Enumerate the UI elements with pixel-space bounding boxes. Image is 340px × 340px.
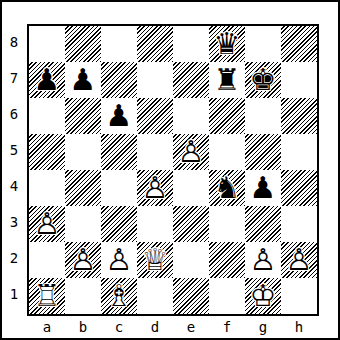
white-pawn-glyph: ♙ xyxy=(29,206,65,242)
white-pawn-glyph: ♙ xyxy=(173,134,209,170)
piece-black-rook[interactable]: ♜♜ xyxy=(209,62,245,98)
square-b6[interactable] xyxy=(65,98,101,134)
rank-label-2: 2 xyxy=(4,240,24,276)
square-a2[interactable] xyxy=(29,242,65,278)
square-d3[interactable] xyxy=(137,206,173,242)
black-queen-glyph: ♛ xyxy=(209,26,245,62)
rank-label-5: 5 xyxy=(4,132,24,168)
file-label-a: a xyxy=(29,317,65,337)
square-h3[interactable] xyxy=(281,206,317,242)
square-h1[interactable] xyxy=(281,278,317,314)
white-pawn-glyph: ♙ xyxy=(101,242,137,278)
piece-black-queen[interactable]: ♛♛ xyxy=(209,26,245,62)
file-label-d: d xyxy=(137,317,173,337)
piece-white-pawn[interactable]: ♟♙ xyxy=(65,242,101,278)
white-bishop-glyph: ♗ xyxy=(101,278,137,314)
square-c4[interactable] xyxy=(101,170,137,206)
square-f5[interactable] xyxy=(209,134,245,170)
square-e5[interactable]: ♟♙ xyxy=(173,134,209,170)
square-h8[interactable] xyxy=(281,26,317,62)
black-pawn-glyph: ♟ xyxy=(245,170,281,206)
square-d7[interactable] xyxy=(137,62,173,98)
square-c6[interactable]: ♟♟ xyxy=(101,98,137,134)
rank-label-3: 3 xyxy=(4,204,24,240)
rank-label-4: 4 xyxy=(4,168,24,204)
square-d8[interactable] xyxy=(137,26,173,62)
piece-white-pawn[interactable]: ♟♙ xyxy=(281,242,317,278)
square-c8[interactable] xyxy=(101,26,137,62)
square-g3[interactable] xyxy=(245,206,281,242)
square-h5[interactable] xyxy=(281,134,317,170)
square-e8[interactable] xyxy=(173,26,209,62)
square-b5[interactable] xyxy=(65,134,101,170)
piece-black-king[interactable]: ♚♚ xyxy=(245,62,281,98)
square-c5[interactable] xyxy=(101,134,137,170)
square-b7[interactable]: ♟♟ xyxy=(65,62,101,98)
square-b4[interactable] xyxy=(65,170,101,206)
rank-labels: 87654321 xyxy=(4,24,24,312)
piece-white-rook[interactable]: ♜♖ xyxy=(29,278,65,314)
white-rook-glyph: ♖ xyxy=(29,278,65,314)
square-b8[interactable] xyxy=(65,26,101,62)
square-a3[interactable]: ♟♙ xyxy=(29,206,65,242)
chess-diagram: 87654321 ♛♛♟♟♟♟♜♜♚♚♟♟♟♙♟♙♞♞♟♟♟♙♟♙♟♙♛♕♟♙♟… xyxy=(0,0,340,340)
black-pawn-glyph: ♟ xyxy=(29,62,65,98)
file-label-b: b xyxy=(65,317,101,337)
black-king-glyph: ♚ xyxy=(245,62,281,98)
rank-label-7: 7 xyxy=(4,60,24,96)
square-b2[interactable]: ♟♙ xyxy=(65,242,101,278)
square-h7[interactable] xyxy=(281,62,317,98)
square-f4[interactable]: ♞♞ xyxy=(209,170,245,206)
piece-white-bishop[interactable]: ♝♗ xyxy=(101,278,137,314)
square-a8[interactable] xyxy=(29,26,65,62)
board: ♛♛♟♟♟♟♜♜♚♚♟♟♟♙♟♙♞♞♟♟♟♙♟♙♟♙♛♕♟♙♟♙♜♖♝♗♚♔ xyxy=(27,24,319,316)
white-pawn-glyph: ♙ xyxy=(281,242,317,278)
file-label-c: c xyxy=(101,317,137,337)
square-d6[interactable] xyxy=(137,98,173,134)
piece-white-queen[interactable]: ♛♕ xyxy=(137,242,173,278)
square-g2[interactable]: ♟♙ xyxy=(245,242,281,278)
square-f1[interactable] xyxy=(209,278,245,314)
square-h4[interactable] xyxy=(281,170,317,206)
white-pawn-glyph: ♙ xyxy=(65,242,101,278)
square-a1[interactable]: ♜♖ xyxy=(29,278,65,314)
file-label-e: e xyxy=(173,317,209,337)
rank-label-1: 1 xyxy=(4,276,24,312)
white-king-glyph: ♔ xyxy=(245,278,281,314)
file-labels: abcdefgh xyxy=(29,317,317,337)
square-h6[interactable] xyxy=(281,98,317,134)
black-pawn-glyph: ♟ xyxy=(101,98,137,134)
black-pawn-glyph: ♟ xyxy=(65,62,101,98)
file-label-g: g xyxy=(245,317,281,337)
square-f2[interactable] xyxy=(209,242,245,278)
square-a5[interactable] xyxy=(29,134,65,170)
square-b1[interactable] xyxy=(65,278,101,314)
white-queen-glyph: ♕ xyxy=(137,242,173,278)
piece-black-pawn[interactable]: ♟♟ xyxy=(245,170,281,206)
square-c1[interactable]: ♝♗ xyxy=(101,278,137,314)
piece-black-pawn[interactable]: ♟♟ xyxy=(29,62,65,98)
square-a6[interactable] xyxy=(29,98,65,134)
piece-black-pawn[interactable]: ♟♟ xyxy=(65,62,101,98)
square-e3[interactable] xyxy=(173,206,209,242)
white-pawn-glyph: ♙ xyxy=(245,242,281,278)
square-c7[interactable] xyxy=(101,62,137,98)
piece-white-king[interactable]: ♚♔ xyxy=(245,278,281,314)
square-g6[interactable] xyxy=(245,98,281,134)
square-g8[interactable] xyxy=(245,26,281,62)
square-a4[interactable] xyxy=(29,170,65,206)
square-e6[interactable] xyxy=(173,98,209,134)
square-g5[interactable] xyxy=(245,134,281,170)
file-label-f: f xyxy=(209,317,245,337)
piece-white-pawn[interactable]: ♟♙ xyxy=(173,134,209,170)
square-d4[interactable]: ♟♙ xyxy=(137,170,173,206)
square-b3[interactable] xyxy=(65,206,101,242)
piece-white-pawn[interactable]: ♟♙ xyxy=(29,206,65,242)
square-c3[interactable] xyxy=(101,206,137,242)
square-e7[interactable] xyxy=(173,62,209,98)
square-e4[interactable] xyxy=(173,170,209,206)
file-label-h: h xyxy=(281,317,317,337)
square-c2[interactable]: ♟♙ xyxy=(101,242,137,278)
rank-label-6: 6 xyxy=(4,96,24,132)
square-h2[interactable]: ♟♙ xyxy=(281,242,317,278)
square-f7[interactable]: ♜♜ xyxy=(209,62,245,98)
black-knight-glyph: ♞ xyxy=(209,170,245,206)
square-d1[interactable] xyxy=(137,278,173,314)
square-f8[interactable]: ♛♛ xyxy=(209,26,245,62)
piece-black-pawn[interactable]: ♟♟ xyxy=(101,98,137,134)
rank-label-8: 8 xyxy=(4,24,24,60)
square-g1[interactable]: ♚♔ xyxy=(245,278,281,314)
square-f6[interactable] xyxy=(209,98,245,134)
square-f3[interactable] xyxy=(209,206,245,242)
square-a7[interactable]: ♟♟ xyxy=(29,62,65,98)
white-pawn-glyph: ♙ xyxy=(137,170,173,206)
square-g7[interactable]: ♚♚ xyxy=(245,62,281,98)
square-e1[interactable] xyxy=(173,278,209,314)
piece-white-pawn[interactable]: ♟♙ xyxy=(101,242,137,278)
square-g4[interactable]: ♟♟ xyxy=(245,170,281,206)
square-d2[interactable]: ♛♕ xyxy=(137,242,173,278)
black-rook-glyph: ♜ xyxy=(209,62,245,98)
piece-white-pawn[interactable]: ♟♙ xyxy=(137,170,173,206)
piece-white-pawn[interactable]: ♟♙ xyxy=(245,242,281,278)
square-e2[interactable] xyxy=(173,242,209,278)
square-d5[interactable] xyxy=(137,134,173,170)
piece-black-knight[interactable]: ♞♞ xyxy=(209,170,245,206)
